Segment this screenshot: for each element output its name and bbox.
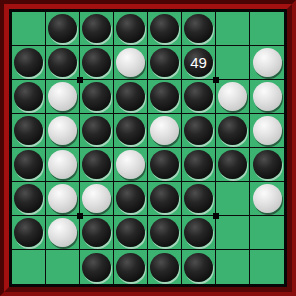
disc-black [82,253,111,282]
cell-h5[interactable] [250,148,284,182]
cell-f2[interactable]: 49 [182,46,216,80]
cell-e1[interactable] [148,12,182,46]
cell-h3[interactable] [250,80,284,114]
cell-c6[interactable] [80,182,114,216]
disc-black [48,48,77,77]
disc-black [82,14,111,43]
cell-c5[interactable] [80,148,114,182]
disc-black [14,218,43,247]
cell-c8[interactable] [80,250,114,284]
disc-black [116,14,145,43]
disc-black [116,253,145,282]
disc-black [82,48,111,77]
disc-black [150,82,179,111]
disc-black [82,218,111,247]
cell-h6[interactable] [250,182,284,216]
cell-g2[interactable] [216,46,250,80]
disc-white [82,184,111,213]
cell-b7[interactable] [46,216,80,250]
disc-white [116,150,145,179]
cell-h2[interactable] [250,46,284,80]
cell-a2[interactable] [12,46,46,80]
cell-c3[interactable] [80,80,114,114]
cell-c7[interactable] [80,216,114,250]
disc-black [184,253,213,282]
cell-b4[interactable] [46,114,80,148]
board-inner-edge: 49 [9,9,287,287]
disc-black [253,150,282,179]
disc-white [218,82,247,111]
cell-d4[interactable] [114,114,148,148]
cell-e6[interactable] [148,182,182,216]
disc-black [82,82,111,111]
star-point [77,77,83,83]
cell-e7[interactable] [148,216,182,250]
cell-e8[interactable] [148,250,182,284]
cell-f1[interactable] [182,12,216,46]
disc-white [48,116,77,145]
cell-e3[interactable] [148,80,182,114]
disc-white [253,48,282,77]
disc-black [14,184,43,213]
disc-white [253,82,282,111]
disc-black [150,218,179,247]
cell-d6[interactable] [114,182,148,216]
disc-black [82,116,111,145]
cell-f3[interactable] [182,80,216,114]
cell-b1[interactable] [46,12,80,46]
cell-h8[interactable] [250,250,284,284]
disc-black [218,116,247,145]
cell-b8[interactable] [46,250,80,284]
disc-black [150,14,179,43]
disc-white [116,48,145,77]
disc-black [184,116,213,145]
cell-d5[interactable] [114,148,148,182]
disc-black [116,82,145,111]
cell-f4[interactable] [182,114,216,148]
cell-f7[interactable] [182,216,216,250]
othello-board: 49 [12,12,284,284]
cell-h1[interactable] [250,12,284,46]
cell-g8[interactable] [216,250,250,284]
cell-f5[interactable] [182,148,216,182]
disc-black [184,14,213,43]
disc-black [184,150,213,179]
disc-white [48,82,77,111]
cell-e2[interactable] [148,46,182,80]
cell-a1[interactable] [12,12,46,46]
cell-g5[interactable] [216,148,250,182]
disc-white [48,184,77,213]
cell-h4[interactable] [250,114,284,148]
cell-a6[interactable] [12,182,46,216]
cell-f6[interactable] [182,182,216,216]
disc-black [116,184,145,213]
disc-black [150,184,179,213]
cell-c1[interactable] [80,12,114,46]
disc-black [14,116,43,145]
disc-black [150,48,179,77]
disc-black [184,218,213,247]
cell-g3[interactable] [216,80,250,114]
cell-a8[interactable] [12,250,46,284]
disc-black [184,184,213,213]
cell-d1[interactable] [114,12,148,46]
board-frame-outer: 49 [0,0,296,296]
star-point [77,213,83,219]
cell-g7[interactable] [216,216,250,250]
cell-b6[interactable] [46,182,80,216]
disc-black [184,82,213,111]
disc-black [116,218,145,247]
star-point [213,77,219,83]
disc-black [14,82,43,111]
disc-white [253,184,282,213]
cell-f8[interactable] [182,250,216,284]
cell-d3[interactable] [114,80,148,114]
cell-a7[interactable] [12,216,46,250]
cell-a3[interactable] [12,80,46,114]
cell-d7[interactable] [114,216,148,250]
disc-white [48,150,77,179]
cell-g1[interactable] [216,12,250,46]
cell-g4[interactable] [216,114,250,148]
disc-white [48,218,77,247]
cell-b5[interactable] [46,148,80,182]
cell-d8[interactable] [114,250,148,284]
disc-white [253,116,282,145]
disc-white [150,116,179,145]
star-point [213,213,219,219]
cell-g6[interactable] [216,182,250,216]
cell-e4[interactable] [148,114,182,148]
cell-c2[interactable] [80,46,114,80]
cell-a5[interactable] [12,148,46,182]
disc-black [48,14,77,43]
cell-e5[interactable] [148,148,182,182]
disc-black: 49 [184,48,213,77]
disc-black [150,150,179,179]
disc-black [116,116,145,145]
disc-black [14,150,43,179]
disc-black [82,150,111,179]
board-frame-inner: 49 [4,4,292,292]
disc-black [218,150,247,179]
disc-black [150,253,179,282]
cell-c4[interactable] [80,114,114,148]
disc-black [14,48,43,77]
cell-d2[interactable] [114,46,148,80]
last-move-number: 49 [190,55,207,70]
cell-b2[interactable] [46,46,80,80]
cell-a4[interactable] [12,114,46,148]
cell-b3[interactable] [46,80,80,114]
cell-h7[interactable] [250,216,284,250]
